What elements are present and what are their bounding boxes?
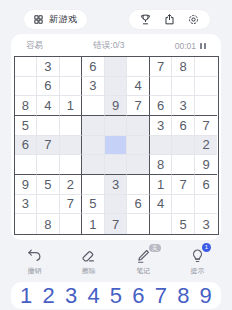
cell-r6c2[interactable]	[37, 155, 60, 175]
cell-r7c3[interactable]: 2	[60, 175, 83, 195]
grid-icon	[33, 14, 44, 25]
cell-r3c9[interactable]	[195, 96, 218, 116]
cell-r8c3[interactable]: 7	[60, 195, 83, 215]
cell-r9c2[interactable]: 8	[37, 214, 60, 234]
timer-label: 00:01	[175, 41, 196, 51]
cell-r4c4[interactable]	[82, 116, 105, 136]
cell-r2c2[interactable]: 6	[37, 77, 60, 97]
cell-r7c5[interactable]: 3	[105, 175, 128, 195]
cell-r7c7[interactable]: 1	[150, 175, 173, 195]
cell-r9c3[interactable]	[60, 214, 83, 234]
cell-r9c5[interactable]: 7	[105, 214, 128, 234]
cell-r7c2[interactable]: 5	[37, 175, 60, 195]
cell-r3c2[interactable]: 4	[37, 96, 60, 116]
cell-r6c9[interactable]: 9	[195, 155, 218, 175]
cell-r1c7[interactable]: 7	[150, 57, 173, 77]
cell-r2c3[interactable]	[60, 77, 83, 97]
trophy-icon[interactable]	[139, 13, 152, 26]
sudoku-board: 3678634841976353676728995231763756481753	[14, 56, 219, 235]
cell-r5c6[interactable]	[127, 136, 150, 156]
cell-r6c3[interactable]	[60, 155, 83, 175]
numpad-digit-3[interactable]: 3	[65, 282, 77, 309]
cell-r3c4[interactable]	[82, 96, 105, 116]
share-icon[interactable]	[163, 13, 176, 26]
cell-r8c1[interactable]: 3	[15, 195, 38, 215]
cell-r2c6[interactable]: 4	[127, 77, 150, 97]
numpad-digit-9[interactable]: 9	[200, 282, 212, 309]
hint-count-badge: 1	[202, 243, 211, 252]
cell-r2c7[interactable]	[150, 77, 173, 97]
notes-button[interactable]: 关 笔记	[135, 247, 152, 276]
cell-r3c3[interactable]: 1	[60, 96, 83, 116]
numpad-digit-7[interactable]: 7	[155, 282, 167, 309]
numpad-digit-5[interactable]: 5	[110, 282, 122, 309]
cell-r6c5[interactable]	[105, 155, 128, 175]
header: 新游戏	[0, 0, 232, 30]
cell-r7c6[interactable]	[127, 175, 150, 195]
cell-r7c1[interactable]: 9	[15, 175, 38, 195]
cell-r7c9[interactable]: 6	[195, 175, 218, 195]
cell-r6c6[interactable]	[127, 155, 150, 175]
cell-r3c7[interactable]: 6	[150, 96, 173, 116]
gear-icon[interactable]	[187, 13, 200, 26]
cell-r4c6[interactable]	[127, 116, 150, 136]
cell-r3c6[interactable]: 7	[127, 96, 150, 116]
cell-r2c8[interactable]	[172, 77, 195, 97]
sudoku-app-screen: 新游戏 容易 错误:0/3	[0, 0, 232, 310]
cell-r1c4[interactable]: 6	[82, 57, 105, 77]
undo-button[interactable]: 撤销	[26, 247, 43, 276]
cell-r8c5[interactable]	[105, 195, 128, 215]
cell-r3c5[interactable]: 9	[105, 96, 128, 116]
cell-r9c9[interactable]: 3	[195, 214, 218, 234]
cell-r8c4[interactable]: 5	[82, 195, 105, 215]
cell-r1c5[interactable]	[105, 57, 128, 77]
cell-r6c4[interactable]	[82, 155, 105, 175]
cell-r5c9[interactable]: 2	[195, 136, 218, 156]
erase-button[interactable]: 擦除	[80, 247, 97, 276]
pause-button[interactable]	[200, 43, 206, 49]
hint-label: 提示	[190, 266, 204, 276]
notes-toggle-badge: 关	[149, 244, 161, 252]
hint-button[interactable]: 1 提示	[189, 247, 206, 276]
numpad-digit-4[interactable]: 4	[87, 282, 99, 309]
cell-r8c9[interactable]	[195, 195, 218, 215]
numpad-digit-6[interactable]: 6	[132, 282, 144, 309]
mistakes-label: 错误:0/3	[93, 40, 124, 52]
cell-r4c9[interactable]: 7	[195, 116, 218, 136]
cell-r1c9[interactable]	[195, 57, 218, 77]
cell-r9c7[interactable]	[150, 214, 173, 234]
cell-r5c4[interactable]	[82, 136, 105, 156]
cell-r6c7[interactable]: 8	[150, 155, 173, 175]
cell-r2c1[interactable]	[15, 77, 38, 97]
undo-label: 撤销	[28, 266, 42, 276]
cell-r4c1[interactable]: 5	[15, 116, 38, 136]
cell-r9c8[interactable]: 5	[172, 214, 195, 234]
cell-r8c8[interactable]	[172, 195, 195, 215]
cell-r1c2[interactable]: 3	[37, 57, 60, 77]
cell-r5c5[interactable]	[105, 136, 128, 156]
number-pad: 123456789	[11, 282, 221, 309]
cell-r7c4[interactable]	[82, 175, 105, 195]
cell-r2c4[interactable]: 3	[82, 77, 105, 97]
cell-r4c3[interactable]	[60, 116, 83, 136]
toolbar: 撤销 擦除 关 笔记 1 提示	[0, 240, 232, 276]
cell-r9c1[interactable]	[15, 214, 38, 234]
header-actions	[129, 10, 210, 29]
notes-label: 笔记	[136, 266, 150, 276]
cell-r5c1[interactable]: 6	[15, 136, 38, 156]
numpad-digit-8[interactable]: 8	[177, 282, 189, 309]
cell-r7c8[interactable]: 7	[172, 175, 195, 195]
cell-r5c7[interactable]	[150, 136, 173, 156]
cell-r8c6[interactable]: 6	[127, 195, 150, 215]
cell-r1c3[interactable]	[60, 57, 83, 77]
cell-r1c8[interactable]: 8	[172, 57, 195, 77]
numpad-digit-2[interactable]: 2	[43, 282, 55, 309]
new-game-label: 新游戏	[49, 13, 78, 26]
game-card: 容易 错误:0/3 00:01 367863484197635367672899…	[11, 34, 221, 240]
cell-r6c8[interactable]	[172, 155, 195, 175]
erase-label: 擦除	[82, 266, 96, 276]
undo-icon	[26, 247, 43, 264]
cell-r5c2[interactable]: 7	[37, 136, 60, 156]
eraser-icon	[80, 247, 97, 264]
cell-r2c5[interactable]	[105, 77, 128, 97]
cell-r4c8[interactable]: 6	[172, 116, 195, 136]
cell-r6c1[interactable]	[15, 155, 38, 175]
cell-r4c2[interactable]	[37, 116, 60, 136]
numpad-digit-1[interactable]: 1	[20, 282, 32, 309]
cell-r3c1[interactable]: 8	[15, 96, 38, 116]
cell-r8c2[interactable]	[37, 195, 60, 215]
new-game-button[interactable]: 新游戏	[24, 10, 87, 29]
cell-r9c4[interactable]: 1	[82, 214, 105, 234]
difficulty-label: 容易	[26, 40, 43, 52]
cell-r9c6[interactable]	[127, 214, 150, 234]
cell-r4c5[interactable]	[105, 116, 128, 136]
cell-r1c1[interactable]	[15, 57, 38, 77]
cell-r1c6[interactable]	[127, 57, 150, 77]
cell-r2c9[interactable]	[195, 77, 218, 97]
status-bar: 容易 错误:0/3 00:01	[11, 38, 221, 56]
cell-r8c7[interactable]: 4	[150, 195, 173, 215]
cell-r5c3[interactable]	[60, 136, 83, 156]
cell-r3c8[interactable]: 3	[172, 96, 195, 116]
cell-r4c7[interactable]: 3	[150, 116, 173, 136]
cell-r5c8[interactable]	[172, 136, 195, 156]
